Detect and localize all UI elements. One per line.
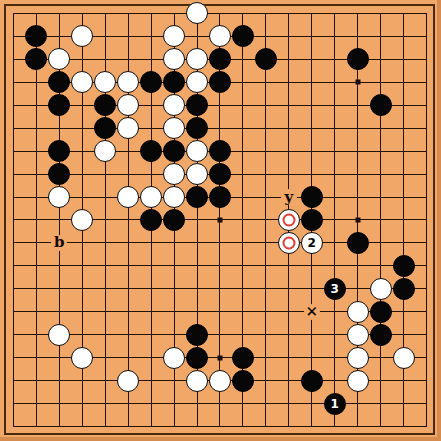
black-stone[interactable]: 3 [324, 278, 346, 300]
black-stone[interactable] [209, 48, 231, 70]
star-point [217, 217, 222, 222]
white-stone[interactable] [186, 48, 208, 70]
white-stone[interactable] [186, 370, 208, 392]
black-stone[interactable]: 1 [324, 393, 346, 415]
white-stone[interactable] [71, 347, 93, 369]
black-stone[interactable] [347, 48, 369, 70]
white-stone[interactable] [370, 278, 392, 300]
grid-line-horizontal [13, 288, 427, 289]
grid-line-vertical [426, 13, 427, 427]
black-stone[interactable] [393, 255, 415, 277]
black-stone[interactable] [48, 94, 70, 116]
board-edge-shadow-bottom [0, 437, 441, 441]
point-label-×: × [304, 304, 320, 320]
white-stone[interactable] [117, 117, 139, 139]
white-stone[interactable] [278, 232, 300, 254]
white-stone[interactable] [117, 71, 139, 93]
black-stone[interactable] [209, 71, 231, 93]
star-point [355, 80, 360, 85]
black-stone[interactable] [94, 94, 116, 116]
circle-marker [282, 213, 295, 226]
black-stone[interactable] [186, 347, 208, 369]
white-stone[interactable] [71, 25, 93, 47]
white-stone[interactable] [209, 25, 231, 47]
point-label-y: y [281, 189, 297, 205]
black-stone[interactable] [94, 117, 116, 139]
white-stone[interactable] [163, 25, 185, 47]
point-label-b: b [51, 235, 67, 251]
grid-line-vertical [265, 13, 266, 427]
board-edge-shadow-right [437, 0, 441, 441]
black-stone[interactable] [209, 163, 231, 185]
move-number-3: 3 [331, 283, 339, 295]
white-stone[interactable] [163, 186, 185, 208]
grid-line-horizontal [13, 426, 427, 427]
black-stone[interactable] [370, 94, 392, 116]
move-number-2: 2 [308, 237, 316, 249]
black-stone[interactable] [140, 71, 162, 93]
black-stone[interactable] [48, 140, 70, 162]
black-stone[interactable] [48, 163, 70, 185]
black-stone[interactable] [301, 209, 323, 231]
white-stone[interactable] [117, 370, 139, 392]
grid-line-horizontal [13, 403, 427, 404]
black-stone[interactable] [48, 71, 70, 93]
white-stone[interactable] [347, 370, 369, 392]
white-stone[interactable] [163, 163, 185, 185]
black-stone[interactable] [370, 301, 392, 323]
black-stone[interactable] [232, 370, 254, 392]
white-stone[interactable] [163, 117, 185, 139]
white-stone[interactable]: 2 [301, 232, 323, 254]
black-stone[interactable] [186, 324, 208, 346]
grid-line-horizontal [13, 265, 427, 266]
circle-marker [282, 236, 295, 249]
white-stone[interactable] [48, 48, 70, 70]
black-stone[interactable] [25, 48, 47, 70]
grid-line-vertical [380, 13, 381, 427]
white-stone[interactable] [140, 186, 162, 208]
black-stone[interactable] [232, 347, 254, 369]
black-stone[interactable] [186, 186, 208, 208]
white-stone[interactable] [48, 324, 70, 346]
white-stone[interactable] [163, 48, 185, 70]
black-stone[interactable] [140, 140, 162, 162]
black-stone[interactable] [301, 370, 323, 392]
white-stone[interactable] [186, 71, 208, 93]
white-stone[interactable] [347, 301, 369, 323]
white-stone[interactable] [163, 94, 185, 116]
black-stone[interactable] [370, 324, 392, 346]
white-stone[interactable] [186, 2, 208, 24]
black-stone[interactable] [209, 140, 231, 162]
grid-line-vertical [334, 13, 335, 427]
white-stone[interactable] [94, 140, 116, 162]
black-stone[interactable] [186, 94, 208, 116]
white-stone[interactable] [393, 347, 415, 369]
move-number-1: 1 [331, 398, 339, 410]
white-stone[interactable] [163, 347, 185, 369]
white-stone[interactable] [71, 209, 93, 231]
star-point [355, 217, 360, 222]
white-stone[interactable] [186, 163, 208, 185]
black-stone[interactable] [163, 140, 185, 162]
black-stone[interactable] [163, 209, 185, 231]
black-stone[interactable] [209, 186, 231, 208]
white-stone[interactable] [209, 370, 231, 392]
white-stone[interactable] [347, 347, 369, 369]
black-stone[interactable] [255, 48, 277, 70]
black-stone[interactable] [232, 25, 254, 47]
black-stone[interactable] [301, 186, 323, 208]
white-stone[interactable] [186, 140, 208, 162]
black-stone[interactable] [25, 25, 47, 47]
black-stone[interactable] [393, 278, 415, 300]
white-stone[interactable] [48, 186, 70, 208]
star-point [217, 355, 222, 360]
white-stone[interactable] [71, 71, 93, 93]
white-stone[interactable] [117, 186, 139, 208]
white-stone[interactable] [117, 94, 139, 116]
white-stone[interactable] [278, 209, 300, 231]
white-stone[interactable] [94, 71, 116, 93]
black-stone[interactable] [186, 117, 208, 139]
black-stone[interactable] [347, 232, 369, 254]
black-stone[interactable] [140, 209, 162, 231]
white-stone[interactable] [347, 324, 369, 346]
black-stone[interactable] [163, 71, 185, 93]
go-board[interactable]: 231b×y [0, 0, 441, 441]
